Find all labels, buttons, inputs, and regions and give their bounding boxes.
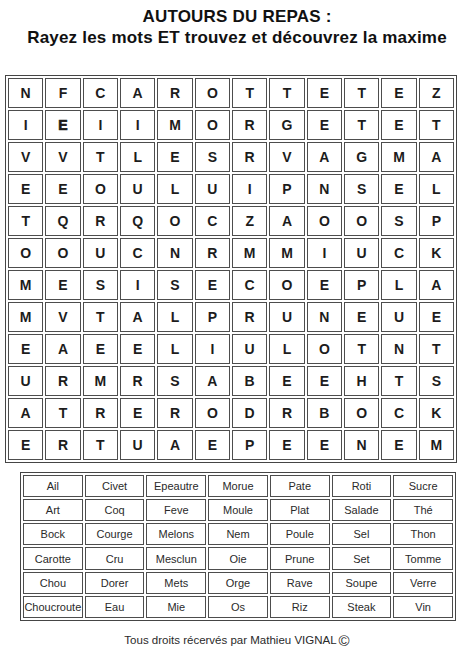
word-item[interactable]: Courge [85,523,145,545]
grid-cell[interactable]: U [269,302,304,332]
grid-cell[interactable]: A [120,78,155,108]
grid-cell[interactable]: T [232,78,267,108]
grid-cell[interactable]: U [344,238,379,268]
grid-cell[interactable]: U [120,174,155,204]
grid-cell[interactable]: O [195,398,230,428]
grid-cell[interactable]: A [45,334,80,364]
word-item[interactable]: Verre [393,572,453,594]
grid-cell[interactable]: P [232,430,267,460]
grid-cell[interactable]: E [381,110,416,140]
grid-cell[interactable]: E [8,174,43,204]
grid-cell[interactable]: N [8,78,43,108]
copyright-text: Tous droits récervés par Mathieu VIGNAL [124,634,336,646]
word-item[interactable]: Ail [23,475,83,497]
grid-cell[interactable]: O [269,270,304,300]
grid-cell[interactable]: R [157,398,192,428]
word-item[interactable]: Vin [393,596,453,618]
grid-cell[interactable]: V [269,142,304,172]
grid-cell[interactable]: V [8,142,43,172]
letter-grid: NFCAROTTETEZIEIIMORGETETVVTLESRVAGMAEEOU… [8,78,454,460]
word-item[interactable]: Coq [85,499,145,521]
word-item[interactable]: Mesclun [146,547,206,569]
word-item[interactable]: Sucre [393,475,453,497]
word-item[interactable]: Thon [393,523,453,545]
grid-cell[interactable]: T [45,398,80,428]
grid-cell[interactable]: R [157,78,192,108]
word-item[interactable]: Bock [23,523,83,545]
grid-cell[interactable]: C [83,78,118,108]
grid-cell[interactable]: T [269,78,304,108]
grid-cell[interactable]: E [8,334,43,364]
grid-cell[interactable]: N [381,334,416,364]
grid-cell[interactable]: V [45,142,80,172]
word-item[interactable]: Cru [85,547,145,569]
grid-cell[interactable]: R [45,430,80,460]
word-item[interactable]: Nem [208,523,268,545]
grid-cell[interactable]: S [344,174,379,204]
grid-cell[interactable]: T [344,110,379,140]
grid-cell[interactable]: R [83,398,118,428]
word-item[interactable]: Orge [208,572,268,594]
grid-cell[interactable]: S [83,270,118,300]
grid-cell[interactable]: M [419,430,454,460]
grid-cell[interactable]: E [157,142,192,172]
grid-cell[interactable]: C [232,270,267,300]
word-item[interactable]: Oie [208,547,268,569]
grid-cell[interactable]: E [307,430,342,460]
grid-cell[interactable]: D [232,398,267,428]
word-item[interactable]: Feve [146,499,206,521]
word-item[interactable]: Mie [146,596,206,618]
word-item[interactable]: Art [23,499,83,521]
grid-cell[interactable]: A [8,398,43,428]
grid-cell[interactable]: F [45,78,80,108]
word-item[interactable]: Sel [332,523,392,545]
word-list: AilCivetEpeautreMoruePateRotiSucreArtCoq… [23,475,453,618]
word-item[interactable]: Thé [393,499,453,521]
grid-cell[interactable]: A [269,206,304,236]
grid-cell[interactable]: I [120,270,155,300]
grid-cell[interactable]: S [419,366,454,396]
grid-cell[interactable]: M [83,366,118,396]
word-item[interactable]: Eau [85,596,145,618]
grid-cell[interactable]: U [232,334,267,364]
copyright-footer: Tous droits récervés par Mathieu VIGNAL© [0,632,474,649]
grid-cell[interactable]: A [195,366,230,396]
grid-cell[interactable]: E [307,270,342,300]
word-item[interactable]: Civet [85,475,145,497]
word-item[interactable]: Plat [270,499,330,521]
grid-cell[interactable]: I [83,110,118,140]
grid-cell[interactable]: O [45,238,80,268]
word-item[interactable]: Carotte [23,547,83,569]
grid-cell[interactable]: L [157,174,192,204]
grid-cell[interactable]: E [344,302,379,332]
word-search-page: AUTOURS DU REPAS : Rayez les mots ET tro… [0,0,474,654]
grid-cell[interactable]: T [344,334,379,364]
word-item[interactable]: Riz [270,596,330,618]
grid-cell[interactable]: L [157,334,192,364]
word-item[interactable]: Dorer [85,572,145,594]
grid-cell[interactable]: U [83,238,118,268]
grid-cell[interactable]: S [195,142,230,172]
grid-cell[interactable]: V [45,302,80,332]
grid-cell[interactable]: A [419,270,454,300]
grid-cell[interactable]: L [157,302,192,332]
grid-cell[interactable]: R [45,366,80,396]
word-item[interactable]: Moule [208,499,268,521]
grid-cell[interactable]: P [419,206,454,236]
grid-cell[interactable]: R [232,110,267,140]
grid-cell[interactable]: L [269,334,304,364]
grid-cell[interactable]: Z [419,78,454,108]
word-item[interactable]: Salade [332,499,392,521]
grid-cell[interactable]: O [307,334,342,364]
word-item[interactable]: Os [208,596,268,618]
grid-cell[interactable]: E [419,302,454,332]
grid-cell[interactable]: U [381,302,416,332]
grid-cell[interactable]: S [157,366,192,396]
grid-cell[interactable]: E [83,334,118,364]
grid-cell[interactable]: N [157,238,192,268]
grid-cell[interactable]: M [381,142,416,172]
grid-cell[interactable]: O [344,206,379,236]
grid-cell[interactable]: E [381,430,416,460]
grid-cell[interactable]: O [307,206,342,236]
grid-cell[interactable]: Z [232,206,267,236]
grid-cell[interactable]: B [307,398,342,428]
grid-cell[interactable]: G [269,110,304,140]
grid-cell[interactable]: I [307,238,342,268]
word-item[interactable]: Mets [146,572,206,594]
grid-cell[interactable]: O [344,398,379,428]
grid-cell[interactable]: O [157,206,192,236]
grid-cell[interactable]: E [120,334,155,364]
grid-cell[interactable]: T [419,110,454,140]
grid-cell[interactable]: E [269,430,304,460]
grid-cell[interactable]: R [232,142,267,172]
grid-cell[interactable]: R [232,302,267,332]
grid-cell[interactable]: R [120,366,155,396]
grid-cell[interactable]: E [307,78,342,108]
grid-cell[interactable]: T [419,334,454,364]
grid-cell[interactable]: T [8,206,43,236]
word-item[interactable]: Melons [146,523,206,545]
grid-cell[interactable]: N [344,430,379,460]
grid-cell[interactable]: I [8,110,43,140]
grid-cell[interactable]: E [8,430,43,460]
grid-cell[interactable]: N [307,302,342,332]
word-item[interactable]: Roti [332,475,392,497]
grid-cell[interactable]: P [344,270,379,300]
grid-cell[interactable]: T [344,78,379,108]
grid-cell[interactable]: U [195,174,230,204]
grid-cell[interactable]: C [381,238,416,268]
grid-cell[interactable]: Q [45,206,80,236]
puzzle-title-line1: AUTOURS DU REPAS : [0,6,474,27]
grid-cell[interactable]: O [83,174,118,204]
grid-cell[interactable]: S [157,270,192,300]
grid-cell[interactable]: A [157,430,192,460]
grid-cell[interactable]: C [381,398,416,428]
grid-cell[interactable]: E [45,270,80,300]
word-item[interactable]: Prune [270,547,330,569]
grid-cell[interactable]: E [45,174,80,204]
grid-cell[interactable]: N [307,174,342,204]
grid-cell[interactable]: G [344,142,379,172]
grid-cell[interactable]: R [269,398,304,428]
grid-cell[interactable]: M [232,238,267,268]
grid-cell[interactable]: M [8,302,43,332]
word-item[interactable]: Choucroute [23,596,83,618]
grid-cell[interactable]: B [232,366,267,396]
grid-cell[interactable]: E [195,270,230,300]
word-item[interactable]: Rave [270,572,330,594]
grid-cell[interactable]: L [120,142,155,172]
grid-cell[interactable]: P [195,302,230,332]
grid-cell[interactable]: S [381,206,416,236]
grid-cell[interactable]: M [157,110,192,140]
grid-cell[interactable]: T [83,302,118,332]
grid-cell[interactable]: U [120,430,155,460]
grid-cell[interactable]: L [419,174,454,204]
grid-cell[interactable]: C [120,238,155,268]
word-item[interactable]: Chou [23,572,83,594]
grid-cell[interactable]: E [381,78,416,108]
grid-cell[interactable]: Q [120,206,155,236]
grid-cell[interactable]: K [419,238,454,268]
grid-cell[interactable]: M [269,238,304,268]
word-item[interactable]: Tomme [393,547,453,569]
grid-cell[interactable]: E [195,430,230,460]
word-item[interactable]: Epeautre [146,475,206,497]
grid-cell[interactable]: I [120,110,155,140]
grid-cell[interactable]: T [83,430,118,460]
grid-cell[interactable]: E [307,110,342,140]
grid-cell[interactable]: E [45,110,80,140]
grid-cell[interactable]: E [381,174,416,204]
puzzle-title: AUTOURS DU REPAS : Rayez les mots ET tro… [0,6,474,48]
grid-cell[interactable]: A [307,142,342,172]
grid-cell[interactable]: R [195,238,230,268]
word-list-frame: AilCivetEpeautreMoruePateRotiSucreArtCoq… [20,472,456,621]
grid-cell[interactable]: T [381,366,416,396]
copyright-icon: © [339,632,350,649]
grid-cell[interactable]: C [195,206,230,236]
word-item[interactable]: Set [332,547,392,569]
grid-cell[interactable]: O [8,238,43,268]
grid-cell[interactable]: A [120,302,155,332]
grid-cell[interactable]: A [419,142,454,172]
grid-cell[interactable]: K [419,398,454,428]
word-item[interactable]: Soupe [332,572,392,594]
grid-cell[interactable]: H [344,366,379,396]
grid-cell[interactable]: E [120,398,155,428]
grid-cell[interactable]: O [195,78,230,108]
word-item[interactable]: Pate [270,475,330,497]
grid-cell[interactable]: P [269,174,304,204]
grid-cell[interactable]: O [195,110,230,140]
word-item[interactable]: Poule [270,523,330,545]
word-item[interactable]: Steak [332,596,392,618]
grid-cell[interactable]: R [83,206,118,236]
letter-grid-frame: NFCAROTTETEZIEIIMORGETETVVTLESRVAGMAEEOU… [5,75,457,463]
grid-cell[interactable]: I [232,174,267,204]
puzzle-instructions: Rayez les mots ET trouvez et découvrez l… [0,27,474,48]
grid-cell[interactable]: E [307,366,342,396]
grid-cell[interactable]: U [8,366,43,396]
grid-cell[interactable]: I [195,334,230,364]
grid-cell[interactable]: L [381,270,416,300]
grid-cell[interactable]: E [269,366,304,396]
grid-cell[interactable]: M [8,270,43,300]
grid-cell[interactable]: T [83,142,118,172]
word-item[interactable]: Morue [208,475,268,497]
